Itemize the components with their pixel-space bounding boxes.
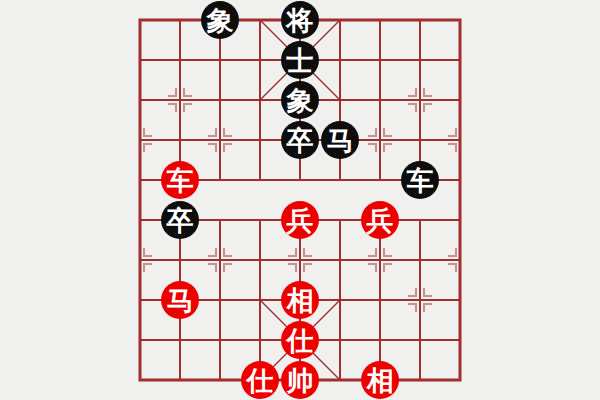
board-point[interactable] (240, 80, 280, 120)
board-point[interactable] (440, 0, 480, 40)
board-point[interactable] (240, 40, 280, 80)
board-point[interactable] (320, 200, 360, 240)
board-point[interactable]: 卒 (280, 120, 320, 160)
board-point[interactable] (160, 120, 200, 160)
board-point[interactable] (320, 320, 360, 360)
board-point[interactable] (120, 360, 160, 400)
black-general-piece[interactable]: 将 (281, 1, 319, 39)
board-point[interactable] (280, 160, 320, 200)
board-point[interactable] (200, 280, 240, 320)
board-point[interactable] (200, 320, 240, 360)
board-point[interactable] (400, 240, 440, 280)
board-point[interactable] (360, 120, 400, 160)
board-point[interactable] (400, 200, 440, 240)
red-advisor-piece[interactable]: 仕 (281, 321, 319, 359)
black-soldier-piece[interactable]: 卒 (281, 121, 319, 159)
board-point[interactable] (120, 280, 160, 320)
board-point[interactable] (320, 80, 360, 120)
board-point[interactable] (400, 320, 440, 360)
black-chariot-piece[interactable]: 车 (401, 161, 439, 199)
board-point[interactable] (360, 240, 400, 280)
board-point[interactable] (200, 80, 240, 120)
board-point[interactable] (320, 160, 360, 200)
board-point[interactable] (440, 80, 480, 120)
board-point[interactable] (400, 40, 440, 80)
board-point[interactable]: 马 (320, 120, 360, 160)
board-point[interactable] (200, 120, 240, 160)
red-horse-piece[interactable]: 马 (161, 281, 199, 319)
board-point[interactable] (120, 80, 160, 120)
board-point[interactable]: 将 (280, 0, 320, 40)
board-point[interactable] (120, 0, 160, 40)
board-point[interactable] (200, 240, 240, 280)
board-point[interactable]: 车 (160, 160, 200, 200)
board-point[interactable] (240, 320, 280, 360)
board-point[interactable] (400, 0, 440, 40)
board-point[interactable] (240, 200, 280, 240)
board-point[interactable] (360, 40, 400, 80)
board-point[interactable] (440, 320, 480, 360)
board-point[interactable] (440, 40, 480, 80)
board-point[interactable] (360, 0, 400, 40)
board-point[interactable] (440, 240, 480, 280)
board-point[interactable] (120, 120, 160, 160)
board-point[interactable] (440, 160, 480, 200)
board-point[interactable] (160, 320, 200, 360)
board-point[interactable] (320, 40, 360, 80)
board-point[interactable]: 象 (280, 80, 320, 120)
board-point[interactable] (320, 280, 360, 320)
board-point[interactable] (160, 0, 200, 40)
board-point[interactable] (160, 40, 200, 80)
red-king-piece[interactable]: 帅 (281, 361, 319, 399)
board-point[interactable]: 相 (360, 360, 400, 400)
board-point[interactable] (200, 360, 240, 400)
board-point[interactable]: 仕 (280, 320, 320, 360)
board-point[interactable]: 象 (200, 0, 240, 40)
red-elephant-piece[interactable]: 相 (361, 361, 399, 399)
board-point[interactable] (160, 80, 200, 120)
board-point[interactable] (400, 360, 440, 400)
board-point[interactable] (360, 80, 400, 120)
xiangqi-app: 象将士象卒马车车卒兵兵马相仕仕帅相 (0, 0, 600, 400)
board-point[interactable] (400, 280, 440, 320)
board-point[interactable]: 兵 (360, 200, 400, 240)
board-point[interactable] (200, 40, 240, 80)
board-point[interactable] (400, 80, 440, 120)
board-point[interactable] (240, 240, 280, 280)
board-point[interactable] (240, 0, 280, 40)
board-point[interactable] (120, 240, 160, 280)
board-point[interactable] (440, 200, 480, 240)
board-point[interactable] (240, 280, 280, 320)
black-soldier-piece[interactable]: 卒 (161, 201, 199, 239)
board-point[interactable]: 仕 (240, 360, 280, 400)
board-point[interactable] (360, 320, 400, 360)
board: 象将士象卒马车车卒兵兵马相仕仕帅相 (120, 0, 480, 400)
board-point[interactable] (360, 160, 400, 200)
red-advisor-piece[interactable]: 仕 (241, 361, 279, 399)
board-point[interactable]: 马 (160, 280, 200, 320)
black-advisor-piece[interactable]: 士 (281, 41, 319, 79)
board-point[interactable] (120, 40, 160, 80)
board-point[interactable] (440, 280, 480, 320)
board-point[interactable] (120, 160, 160, 200)
board-point[interactable] (360, 280, 400, 320)
board-point[interactable] (440, 120, 480, 160)
board-point[interactable] (320, 360, 360, 400)
red-soldier-piece[interactable]: 兵 (281, 201, 319, 239)
board-point[interactable] (160, 240, 200, 280)
board-point[interactable]: 帅 (280, 360, 320, 400)
board-point[interactable] (320, 0, 360, 40)
red-elephant-piece[interactable]: 相 (281, 281, 319, 319)
board-point[interactable] (280, 240, 320, 280)
black-horse-piece[interactable]: 马 (321, 121, 359, 159)
board-point[interactable]: 卒 (160, 200, 200, 240)
board-point[interactable] (440, 360, 480, 400)
board-point[interactable] (240, 120, 280, 160)
black-elephant-piece[interactable]: 象 (201, 1, 239, 39)
board-point[interactable]: 士 (280, 40, 320, 80)
board-point[interactable]: 车 (400, 160, 440, 200)
board-point[interactable]: 相 (280, 280, 320, 320)
red-chariot-piece[interactable]: 车 (161, 161, 199, 199)
board-point[interactable] (240, 160, 280, 200)
board-point[interactable] (200, 200, 240, 240)
board-point[interactable] (400, 120, 440, 160)
red-soldier-piece[interactable]: 兵 (361, 201, 399, 239)
board-point[interactable]: 兵 (280, 200, 320, 240)
board-point[interactable] (200, 160, 240, 200)
black-elephant-piece[interactable]: 象 (281, 81, 319, 119)
board-point[interactable] (120, 200, 160, 240)
board-point[interactable] (160, 360, 200, 400)
board-point[interactable] (120, 320, 160, 360)
board-point[interactable] (320, 240, 360, 280)
